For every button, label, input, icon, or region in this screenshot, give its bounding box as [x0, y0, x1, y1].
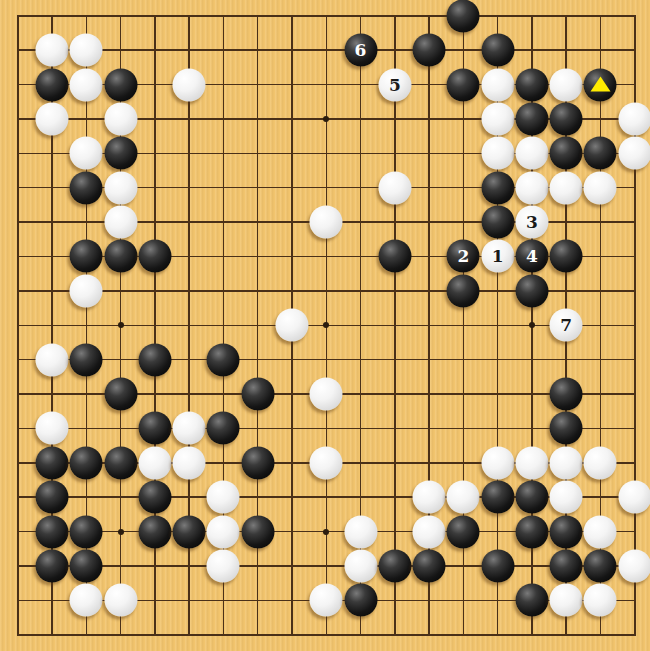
black-stone[interactable]: [447, 0, 480, 32]
black-stone[interactable]: [104, 240, 137, 273]
white-stone[interactable]: [207, 515, 240, 548]
white-stone[interactable]: [310, 584, 343, 617]
white-stone[interactable]: [447, 481, 480, 514]
black-stone[interactable]: [173, 515, 206, 548]
black-stone[interactable]: [207, 412, 240, 445]
white-stone[interactable]: [481, 446, 514, 479]
white-stone[interactable]: [70, 34, 103, 67]
black-stone[interactable]: [70, 343, 103, 376]
black-stone[interactable]: [70, 446, 103, 479]
move-number-label: 2: [457, 248, 469, 265]
black-stone[interactable]: [413, 34, 446, 67]
black-stone[interactable]: [70, 515, 103, 548]
grid-line-horizontal: [17, 359, 636, 361]
white-stone[interactable]: [515, 171, 548, 204]
white-stone[interactable]: [36, 412, 69, 445]
black-stone[interactable]: [481, 171, 514, 204]
black-stone[interactable]: [36, 549, 69, 582]
black-stone[interactable]: [515, 102, 548, 135]
grid-line-horizontal: [17, 428, 636, 430]
black-stone[interactable]: [241, 515, 274, 548]
white-stone[interactable]: [618, 549, 650, 582]
move-number-label: 7: [560, 317, 572, 334]
white-stone[interactable]: [584, 515, 617, 548]
black-stone[interactable]: [36, 68, 69, 101]
black-stone[interactable]: [515, 584, 548, 617]
black-stone[interactable]: [515, 481, 548, 514]
black-stone[interactable]: [550, 378, 583, 411]
white-stone[interactable]: [413, 481, 446, 514]
black-stone[interactable]: [550, 515, 583, 548]
white-stone[interactable]: [618, 137, 650, 170]
white-stone[interactable]: [481, 68, 514, 101]
white-stone[interactable]: [378, 171, 411, 204]
black-stone[interactable]: [70, 240, 103, 273]
white-stone[interactable]: 5: [378, 68, 411, 101]
triangle-marker-icon: [590, 76, 610, 91]
black-stone[interactable]: 2: [447, 240, 480, 273]
black-stone[interactable]: [36, 515, 69, 548]
move-number-label: 3: [526, 214, 538, 231]
black-stone[interactable]: [481, 549, 514, 582]
white-stone[interactable]: [550, 446, 583, 479]
white-stone[interactable]: [138, 446, 171, 479]
star-point: [529, 322, 535, 328]
black-stone[interactable]: [138, 343, 171, 376]
white-stone[interactable]: [481, 137, 514, 170]
white-stone[interactable]: [550, 171, 583, 204]
white-stone[interactable]: [618, 481, 650, 514]
white-stone[interactable]: [207, 549, 240, 582]
black-stone[interactable]: [550, 137, 583, 170]
white-stone[interactable]: 7: [550, 309, 583, 342]
black-stone[interactable]: [104, 68, 137, 101]
black-stone[interactable]: [550, 240, 583, 273]
black-stone[interactable]: [584, 137, 617, 170]
white-stone[interactable]: [104, 584, 137, 617]
black-stone[interactable]: [550, 549, 583, 582]
grid-line-horizontal: [17, 565, 636, 567]
white-stone[interactable]: [515, 137, 548, 170]
black-stone[interactable]: [138, 515, 171, 548]
go-board[interactable]: 6532147: [0, 0, 650, 651]
black-stone[interactable]: [378, 549, 411, 582]
white-stone[interactable]: [104, 206, 137, 239]
star-point: [323, 529, 329, 535]
white-stone[interactable]: [515, 446, 548, 479]
black-stone[interactable]: [515, 274, 548, 307]
black-stone[interactable]: 6: [344, 34, 377, 67]
white-stone[interactable]: [344, 549, 377, 582]
move-number-label: 5: [389, 76, 401, 93]
black-stone[interactable]: [241, 446, 274, 479]
black-stone[interactable]: [550, 412, 583, 445]
white-stone[interactable]: [173, 446, 206, 479]
white-stone[interactable]: [550, 584, 583, 617]
black-stone[interactable]: [515, 515, 548, 548]
black-stone[interactable]: [584, 68, 617, 101]
star-point: [323, 116, 329, 122]
white-stone[interactable]: [584, 171, 617, 204]
grid-line-vertical: [394, 15, 396, 636]
star-point: [323, 322, 329, 328]
white-stone[interactable]: [550, 481, 583, 514]
grid-line-horizontal: [17, 634, 636, 636]
white-stone[interactable]: [36, 34, 69, 67]
black-stone[interactable]: [344, 584, 377, 617]
black-stone[interactable]: [36, 481, 69, 514]
move-number-label: 1: [492, 248, 504, 265]
white-stone[interactable]: [173, 68, 206, 101]
white-stone[interactable]: [70, 68, 103, 101]
white-stone[interactable]: [310, 378, 343, 411]
black-stone[interactable]: [138, 240, 171, 273]
black-stone[interactable]: [70, 171, 103, 204]
black-stone[interactable]: [138, 481, 171, 514]
black-stone[interactable]: [481, 206, 514, 239]
black-stone[interactable]: [413, 549, 446, 582]
white-stone[interactable]: [275, 309, 308, 342]
black-stone[interactable]: [481, 481, 514, 514]
black-stone[interactable]: [36, 446, 69, 479]
black-stone[interactable]: [481, 34, 514, 67]
white-stone[interactable]: [618, 102, 650, 135]
white-stone[interactable]: [550, 68, 583, 101]
black-stone[interactable]: [515, 68, 548, 101]
black-stone[interactable]: [447, 68, 480, 101]
white-stone[interactable]: [584, 446, 617, 479]
star-point: [118, 529, 124, 535]
white-stone[interactable]: [310, 446, 343, 479]
move-number-label: 4: [526, 248, 538, 265]
white-stone[interactable]: [36, 343, 69, 376]
black-stone[interactable]: [550, 102, 583, 135]
white-stone[interactable]: 3: [515, 206, 548, 239]
white-stone[interactable]: [584, 584, 617, 617]
white-stone[interactable]: [36, 102, 69, 135]
white-stone[interactable]: [207, 481, 240, 514]
white-stone[interactable]: [344, 515, 377, 548]
white-stone[interactable]: [173, 412, 206, 445]
black-stone[interactable]: [104, 137, 137, 170]
black-stone[interactable]: [104, 446, 137, 479]
black-stone[interactable]: [447, 515, 480, 548]
black-stone[interactable]: [70, 549, 103, 582]
white-stone[interactable]: [310, 206, 343, 239]
black-stone[interactable]: 4: [515, 240, 548, 273]
black-stone[interactable]: [104, 378, 137, 411]
white-stone[interactable]: [70, 137, 103, 170]
white-stone[interactable]: [481, 102, 514, 135]
black-stone[interactable]: [584, 549, 617, 582]
black-stone[interactable]: [378, 240, 411, 273]
white-stone[interactable]: [104, 171, 137, 204]
white-stone[interactable]: 1: [481, 240, 514, 273]
star-point: [118, 322, 124, 328]
white-stone[interactable]: [104, 102, 137, 135]
white-stone[interactable]: [70, 584, 103, 617]
move-number-label: 6: [355, 42, 367, 59]
black-stone[interactable]: [241, 378, 274, 411]
white-stone[interactable]: [413, 515, 446, 548]
black-stone[interactable]: [447, 274, 480, 307]
black-stone[interactable]: [207, 343, 240, 376]
white-stone[interactable]: [70, 274, 103, 307]
black-stone[interactable]: [138, 412, 171, 445]
